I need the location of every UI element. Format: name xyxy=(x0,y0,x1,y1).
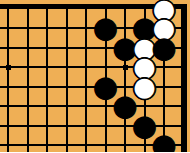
grid-line-vertical xyxy=(66,8,68,153)
grid-line-vertical xyxy=(7,8,9,153)
go-board[interactable]: ●●●●●●●●●●●●● xyxy=(0,0,190,152)
black-stone[interactable]: ● xyxy=(153,134,176,152)
grid-line-vertical xyxy=(85,8,87,153)
star-point xyxy=(6,65,11,70)
grid-line-vertical xyxy=(124,8,126,153)
star-point xyxy=(123,65,128,70)
grid-line-vertical xyxy=(27,8,29,153)
grid-line-vertical xyxy=(46,8,48,153)
board-right-edge xyxy=(181,4,187,153)
